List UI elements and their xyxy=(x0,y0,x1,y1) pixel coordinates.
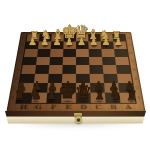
square xyxy=(88,41,101,48)
file-label: C xyxy=(90,103,106,112)
square xyxy=(76,41,89,48)
square xyxy=(46,93,61,103)
file-label: D xyxy=(76,103,91,112)
square xyxy=(61,93,76,103)
square xyxy=(63,41,76,48)
square xyxy=(51,34,64,41)
square xyxy=(61,83,75,93)
square xyxy=(25,41,39,48)
rank-label: 1 xyxy=(134,96,143,100)
square xyxy=(88,57,102,65)
square xyxy=(76,93,91,103)
rank-label: 6 xyxy=(16,51,24,54)
brass-clasp-icon xyxy=(72,113,84,127)
square xyxy=(47,83,62,93)
square xyxy=(76,65,90,74)
square xyxy=(76,57,89,65)
square xyxy=(113,41,127,48)
square xyxy=(89,74,103,83)
square xyxy=(104,93,120,103)
rank-label: 6 xyxy=(127,51,135,54)
square xyxy=(103,74,118,83)
rank-label: 7 xyxy=(18,44,26,47)
square xyxy=(88,34,101,41)
square xyxy=(50,41,63,48)
square xyxy=(101,49,115,57)
square xyxy=(31,93,47,103)
square xyxy=(112,34,125,41)
square xyxy=(50,49,63,57)
rank-label: 2 xyxy=(132,86,141,90)
square xyxy=(100,34,113,41)
square xyxy=(62,65,76,74)
square xyxy=(63,34,75,41)
square xyxy=(76,34,88,41)
square xyxy=(16,93,32,103)
square xyxy=(76,74,90,83)
square xyxy=(114,49,128,57)
square xyxy=(100,41,113,48)
square xyxy=(37,49,51,57)
file-label: G xyxy=(30,103,46,112)
square xyxy=(115,65,130,74)
square xyxy=(24,49,38,57)
square xyxy=(48,65,62,74)
file-labels: HGFEDCBA xyxy=(15,103,136,112)
square xyxy=(118,83,134,93)
square xyxy=(32,83,47,93)
square xyxy=(102,65,116,74)
rank-label: 1 xyxy=(8,96,17,100)
square xyxy=(119,93,135,103)
square xyxy=(61,74,75,83)
square xyxy=(116,74,131,83)
square xyxy=(90,93,105,103)
square xyxy=(114,57,128,65)
square xyxy=(47,74,61,83)
board-frame: 87654321 87654321 HGFEDCBA xyxy=(6,32,145,112)
rank-label: 4 xyxy=(13,68,21,72)
chess-board: 87654321 87654321 HGFEDCBA xyxy=(6,32,145,112)
square xyxy=(88,49,101,57)
file-label: F xyxy=(45,103,61,112)
square xyxy=(26,34,39,41)
square xyxy=(33,74,48,83)
rank-label: 3 xyxy=(12,76,21,80)
square xyxy=(101,57,115,65)
square xyxy=(49,57,63,65)
square xyxy=(90,83,105,93)
file-label: B xyxy=(105,103,121,112)
clasp-ring xyxy=(75,116,82,123)
rank-label: 5 xyxy=(15,59,23,62)
square xyxy=(22,57,36,65)
square xyxy=(63,49,76,57)
square xyxy=(76,49,89,57)
square xyxy=(104,83,119,93)
rank-label: 7 xyxy=(125,44,133,47)
square xyxy=(76,83,90,93)
rank-label: 8 xyxy=(19,36,27,39)
square xyxy=(35,65,49,74)
square xyxy=(36,57,50,65)
rank-label: 2 xyxy=(10,86,19,90)
wooden-chess-set-photo: 87654321 87654321 HGFEDCBA ♜♞♝♛♚♝♞♜♟♟♟♟♟… xyxy=(0,0,150,150)
square xyxy=(38,34,51,41)
rank-label: 3 xyxy=(131,76,140,80)
square xyxy=(89,65,103,74)
rank-label: 8 xyxy=(124,36,132,39)
rank-label: 4 xyxy=(129,68,137,72)
square xyxy=(62,57,75,65)
file-label: E xyxy=(60,103,75,112)
file-label: A xyxy=(120,103,136,112)
file-label: H xyxy=(15,103,31,112)
rank-label: 5 xyxy=(128,59,136,62)
board-squares-grid xyxy=(16,34,135,103)
square xyxy=(37,41,50,48)
square xyxy=(19,74,34,83)
square xyxy=(18,83,34,93)
square xyxy=(21,65,36,74)
